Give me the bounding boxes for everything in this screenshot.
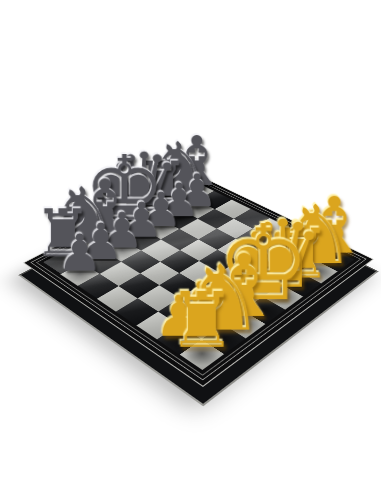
square-h1[interactable]: ♜	[179, 339, 224, 370]
chessboard-scene: ♝♟♝♞♟♟♞♜♟♟♜♛♟♟♛♚♟♟♚♝♟♟♝♞♟♟♞♜♟♟♜	[0, 0, 381, 492]
chessboard[interactable]: ♝♟♝♞♟♟♞♜♟♟♜♛♟♟♛♚♟♟♚♝♟♟♝♞♟♟♞♜♟♟♜	[43, 182, 354, 370]
board-frame: ♝♟♝♞♟♟♞♜♟♟♜♛♟♟♛♚♟♟♚♝♟♟♝♞♟♟♞♜♟♟♜	[23, 174, 374, 387]
pawn-icon: ♟	[19, 228, 142, 279]
rook-icon: ♜	[132, 283, 272, 360]
square-b1[interactable]: ♟	[60, 262, 100, 286]
